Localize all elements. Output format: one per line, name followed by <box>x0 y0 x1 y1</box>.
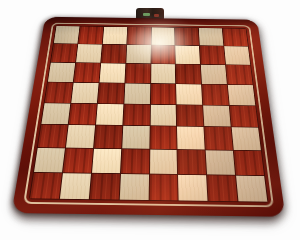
square-c4[interactable] <box>96 104 123 126</box>
square-a2[interactable] <box>34 148 65 172</box>
square-c5[interactable] <box>98 83 125 103</box>
square-a7[interactable] <box>51 44 77 62</box>
square-d4[interactable] <box>123 104 150 126</box>
square-c6[interactable] <box>99 63 125 82</box>
square-g7[interactable] <box>200 46 225 64</box>
square-a3[interactable] <box>38 125 68 148</box>
square-b4[interactable] <box>69 103 97 125</box>
square-e6[interactable] <box>151 64 176 83</box>
square-h6[interactable] <box>226 65 253 84</box>
square-e2[interactable] <box>150 150 178 174</box>
square-c1[interactable] <box>90 174 120 200</box>
board-surface <box>11 17 285 217</box>
square-h7[interactable] <box>224 46 250 64</box>
square-f1[interactable] <box>178 175 207 201</box>
square-h3[interactable] <box>232 128 261 151</box>
square-f4[interactable] <box>177 105 204 127</box>
square-f6[interactable] <box>176 64 201 83</box>
square-c2[interactable] <box>92 149 121 173</box>
square-h1[interactable] <box>236 176 267 202</box>
square-g5[interactable] <box>202 84 229 104</box>
square-e4[interactable] <box>150 104 176 126</box>
square-g8[interactable] <box>199 28 224 45</box>
square-h2[interactable] <box>234 151 264 175</box>
square-a5[interactable] <box>45 82 73 102</box>
square-c3[interactable] <box>94 126 122 149</box>
square-b3[interactable] <box>66 125 95 148</box>
square-g4[interactable] <box>203 105 230 127</box>
square-d1[interactable] <box>119 174 148 200</box>
square-c8[interactable] <box>103 27 127 44</box>
square-g1[interactable] <box>207 175 237 201</box>
square-c7[interactable] <box>101 44 126 62</box>
square-g2[interactable] <box>206 151 235 175</box>
square-d3[interactable] <box>122 126 149 149</box>
square-d7[interactable] <box>126 45 150 63</box>
square-f2[interactable] <box>178 150 206 174</box>
square-h5[interactable] <box>228 85 255 105</box>
board-grid <box>29 26 269 203</box>
square-b2[interactable] <box>63 149 93 173</box>
square-a4[interactable] <box>41 103 70 125</box>
square-a8[interactable] <box>54 26 80 43</box>
square-d8[interactable] <box>127 27 151 44</box>
square-e3[interactable] <box>150 126 177 149</box>
square-f7[interactable] <box>176 46 201 64</box>
square-a1[interactable] <box>30 173 62 199</box>
empty-chessboard-photo <box>0 0 300 240</box>
square-h4[interactable] <box>230 105 258 127</box>
square-b5[interactable] <box>71 82 98 102</box>
square-d2[interactable] <box>121 149 149 173</box>
chessboard <box>0 0 300 240</box>
square-e5[interactable] <box>150 84 176 104</box>
square-d6[interactable] <box>125 63 150 82</box>
square-g3[interactable] <box>205 127 233 150</box>
square-b6[interactable] <box>74 63 100 82</box>
square-e1[interactable] <box>149 175 178 201</box>
square-a6[interactable] <box>48 62 75 81</box>
square-g6[interactable] <box>201 65 227 84</box>
square-f8[interactable] <box>175 28 199 45</box>
square-h8[interactable] <box>223 28 248 45</box>
square-b8[interactable] <box>78 26 103 43</box>
square-b1[interactable] <box>60 173 91 199</box>
square-d5[interactable] <box>124 83 150 103</box>
square-b7[interactable] <box>76 44 102 62</box>
square-f5[interactable] <box>176 84 202 104</box>
square-e7[interactable] <box>151 45 175 63</box>
square-f3[interactable] <box>177 127 205 150</box>
square-e8[interactable] <box>151 27 175 44</box>
